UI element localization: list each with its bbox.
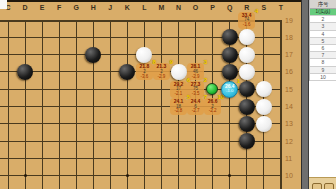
stone-white-R17 [239, 47, 255, 63]
candidate-move-R19[interactable]: 433.474-1.6 [238, 12, 255, 29]
row-label-16: 16 [285, 67, 301, 76]
col-label-N: N [172, 2, 186, 13]
go-board[interactable]: CDEFGHJKLMNOPQRST19181716151413121110227… [0, 0, 303, 189]
move-list-row-8[interactable]: 8 [310, 59, 336, 66]
grid-line-col-T [280, 20, 282, 189]
stone-black-R15 [239, 81, 255, 97]
col-label-M: M [154, 2, 168, 13]
move-list-table: 序号 1(实战)2345678910 [309, 0, 336, 81]
grid-line-col-K [127, 20, 128, 189]
row-label-15: 15 [285, 85, 301, 94]
star-point-Q10 [228, 174, 231, 177]
move-list-row-9[interactable]: 9 [310, 67, 336, 74]
selected-rank: 1 [237, 78, 240, 84]
candidate-score: -2.9 [153, 75, 170, 80]
stone-white-N16 [171, 64, 187, 80]
stone-black-K16 [119, 64, 135, 80]
move-list-header: 序号 [310, 0, 336, 9]
candidate-score: -1.6 [238, 23, 255, 28]
row-label-14: 14 [285, 102, 301, 111]
candidate-move-O14[interactable]: 724.46-2.7 [187, 98, 204, 115]
row-label-12: 12 [285, 137, 301, 146]
toolbar-button-2[interactable] [324, 183, 334, 189]
grid-line-col-H [93, 20, 94, 189]
stone-white-S13 [256, 116, 272, 132]
row-label-10: 10 [285, 171, 301, 180]
col-label-P: P [206, 2, 220, 13]
candidate-move-L16[interactable]: 821.82-3.6 [136, 63, 153, 80]
move-list-panel: 序号 1(实战)2345678910 [309, 0, 336, 189]
candidate-rank: 4 [255, 8, 258, 14]
candidate-score: -3.6 [136, 75, 153, 80]
stone-white-R16 [239, 64, 255, 80]
row-label-18: 18 [285, 33, 301, 42]
candidate-move-N15[interactable]: 629.217-2.1 [170, 81, 187, 98]
grid-line-col-G [76, 20, 77, 189]
selected-score: -1.0 [222, 89, 237, 94]
star-point-K10 [126, 174, 129, 177]
col-label-F: F [52, 2, 66, 13]
col-label-T: T [274, 2, 288, 13]
grid-line-row-11 [0, 158, 282, 159]
stone-black-Q18 [222, 29, 238, 45]
stone-white-L17 [136, 47, 152, 63]
stone-black-Q16 [222, 64, 238, 80]
stone-black-D16 [17, 64, 33, 80]
grid-line-col-D [25, 20, 26, 189]
grid-line-col-F [59, 20, 60, 189]
col-label-J: J [103, 2, 117, 13]
candidate-move-M16[interactable]: 921.32-2.9 [153, 63, 170, 80]
stone-white-R18 [239, 29, 255, 45]
candidate-rank: 3 [204, 59, 207, 65]
move-list-row-1[interactable]: 1(实战) [310, 9, 336, 16]
row-label-17: 17 [285, 50, 301, 59]
grid-line-col-J [110, 20, 111, 189]
move-list-row-3[interactable]: 3 [310, 23, 336, 30]
grid-line-col-C [8, 20, 9, 189]
selected-move-stone[interactable]: 126.4-1.0 [221, 81, 238, 98]
col-label-H: H [86, 2, 100, 13]
move-list-row-7[interactable]: 7 [310, 52, 336, 59]
col-label-O: O [189, 2, 203, 13]
candidate-move-N14[interactable]: 524.118-2.8 [170, 98, 187, 115]
actual-move-marker[interactable] [206, 83, 218, 95]
move-list-row-6[interactable]: 6 [310, 45, 336, 52]
toolbar-button-1[interactable] [312, 183, 322, 189]
row-label-11: 11 [285, 154, 301, 163]
move-list-row-4[interactable]: 4 [310, 31, 336, 38]
stone-black-R14 [239, 99, 255, 115]
stone-black-Q17 [222, 47, 238, 63]
stone-black-H17 [85, 47, 101, 63]
corner-patch [0, 0, 7, 9]
col-label-G: G [69, 2, 83, 13]
row-label-19: 19 [285, 16, 301, 25]
grid-line-row-10 [0, 175, 282, 176]
col-label-D: D [18, 2, 32, 13]
stone-white-S14 [256, 99, 272, 115]
col-label-K: K [120, 2, 134, 13]
candidate-score: -2.2 [204, 109, 221, 114]
candidate-move-P14[interactable]: 1026.62-2.2 [204, 98, 221, 115]
go-analysis-app: CDEFGHJKLMNOPQRST19181716151413121110227… [0, 0, 336, 189]
move-list-row-10[interactable]: 10 [310, 74, 336, 81]
col-label-S: S [257, 2, 271, 13]
grid-line-col-E [42, 20, 43, 189]
move-list-row-5[interactable]: 5 [310, 38, 336, 45]
grid-line-col-L [144, 20, 145, 189]
candidate-score: -2.8 [170, 109, 187, 114]
col-label-L: L [137, 2, 151, 13]
candidate-rank: 9 [170, 59, 173, 65]
candidate-rank: 2 [204, 77, 207, 83]
col-label-Q: Q [223, 2, 237, 13]
move-list-row-2[interactable]: 2 [310, 16, 336, 23]
grid-line-col-M [161, 20, 162, 189]
splitter-divider[interactable] [301, 0, 309, 189]
stone-white-S15 [256, 81, 272, 97]
stone-black-R12 [239, 133, 255, 149]
bottom-toolbar [309, 177, 336, 189]
star-point-D10 [24, 174, 27, 177]
grid-line-col-Q [229, 20, 230, 189]
candidate-score: -2.7 [187, 109, 204, 114]
stone-black-R13 [239, 116, 255, 132]
candidate-score: -2.1 [170, 92, 187, 97]
candidate-rank: 6 [187, 77, 190, 83]
col-label-E: E [35, 2, 49, 13]
row-label-13: 13 [285, 119, 301, 128]
